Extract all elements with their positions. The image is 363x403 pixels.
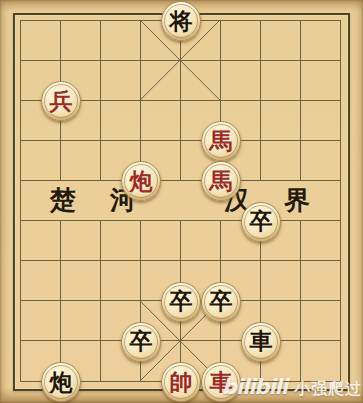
grid-layer: 楚河 汉界 将兵馬炮馬卒卒卒卒車炮帥車 [20, 20, 340, 381]
star-marker [169, 129, 191, 151]
piece-glyph: 車 [250, 330, 273, 353]
xiangqi-board: 楚河 汉界 将兵馬炮馬卒卒卒卒車炮帥車 bilibili 小强爬过 [0, 0, 363, 403]
star-marker [169, 250, 191, 272]
black-soldier[interactable]: 卒 [241, 202, 281, 242]
piece-glyph: 卒 [170, 290, 193, 313]
star-marker [289, 89, 311, 111]
black-general[interactable]: 将 [161, 1, 201, 41]
red-chariot[interactable]: 車 [201, 362, 241, 402]
piece-glyph: 卒 [210, 290, 233, 313]
star-marker [49, 290, 71, 312]
black-cannon[interactable]: 炮 [41, 362, 81, 402]
river-label-right: 汉界 [224, 187, 344, 213]
piece-glyph: 将 [170, 10, 193, 33]
star-marker [249, 129, 271, 151]
piece-glyph: 車 [210, 371, 233, 394]
star-marker [329, 250, 351, 272]
grid-line [100, 221, 101, 381]
black-chariot[interactable]: 車 [241, 322, 281, 362]
black-soldier[interactable]: 卒 [121, 322, 161, 362]
star-marker [9, 129, 31, 151]
piece-glyph: 卒 [130, 330, 153, 353]
grid-line [180, 20, 181, 180]
piece-glyph: 馬 [210, 130, 233, 153]
star-marker [89, 250, 111, 272]
piece-glyph: 兵 [50, 90, 73, 113]
star-marker [249, 250, 271, 272]
grid-line [140, 20, 141, 180]
piece-glyph: 卒 [250, 210, 273, 233]
grid-line [20, 20, 21, 381]
red-soldier[interactable]: 兵 [41, 81, 81, 121]
star-marker [329, 129, 351, 151]
grid-line [340, 20, 341, 381]
piece-glyph: 炮 [50, 371, 73, 394]
star-marker [89, 129, 111, 151]
piece-glyph: 馬 [210, 170, 233, 193]
black-soldier[interactable]: 卒 [201, 282, 241, 322]
black-soldier[interactable]: 卒 [161, 282, 201, 322]
grid-line [260, 20, 261, 180]
piece-glyph: 帥 [170, 371, 193, 394]
star-marker [9, 250, 31, 272]
red-general[interactable]: 帥 [161, 362, 201, 402]
piece-glyph: 炮 [130, 170, 153, 193]
grid-line [100, 20, 101, 180]
star-marker [289, 290, 311, 312]
